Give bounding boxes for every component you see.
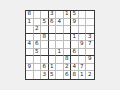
cell-r8c7[interactable]: 4 <box>71 64 79 72</box>
sudoku-board: 8315156492813469751689961247356812 <box>25 10 95 80</box>
cell-r4c6[interactable] <box>64 34 72 42</box>
cell-r3c1[interactable] <box>26 26 34 34</box>
cell-r6c8[interactable] <box>79 49 87 57</box>
cell-r2c8[interactable] <box>79 19 87 27</box>
cell-r4c5[interactable] <box>56 34 64 42</box>
cell-r7c5[interactable] <box>56 56 64 64</box>
cell-r8c2[interactable] <box>34 64 42 72</box>
cell-r5c8[interactable]: 9 <box>79 41 87 49</box>
cell-r6c3[interactable] <box>41 49 49 57</box>
cell-r8c5[interactable] <box>56 64 64 72</box>
cell-r5c3[interactable] <box>41 41 49 49</box>
cell-r4c3[interactable]: 8 <box>41 34 49 42</box>
cell-r9c8[interactable]: 1 <box>79 71 87 79</box>
cell-r8c4[interactable]: 1 <box>49 64 57 72</box>
cell-r5c4[interactable] <box>49 41 57 49</box>
cell-r9c9[interactable]: 2 <box>86 71 94 79</box>
cell-r9c2[interactable] <box>34 71 42 79</box>
cell-r6c7[interactable]: 6 <box>71 49 79 57</box>
cell-r6c1[interactable] <box>26 49 34 57</box>
cell-r2c5[interactable]: 4 <box>56 19 64 27</box>
cell-r6c2[interactable]: 5 <box>34 49 42 57</box>
cell-r1c2[interactable] <box>34 11 42 19</box>
cell-r3c4[interactable] <box>49 26 57 34</box>
cell-r2c3[interactable]: 5 <box>41 19 49 27</box>
cell-r5c1[interactable]: 4 <box>26 41 34 49</box>
cell-r7c2[interactable] <box>34 56 42 64</box>
cell-r3c5[interactable] <box>56 26 64 34</box>
cell-r3c2[interactable]: 2 <box>34 26 42 34</box>
cell-r9c1[interactable] <box>26 71 34 79</box>
cell-r4c7[interactable]: 1 <box>71 34 79 42</box>
cell-r8c3[interactable]: 6 <box>41 64 49 72</box>
cell-r2c1[interactable]: 1 <box>26 19 34 27</box>
cell-r9c4[interactable]: 5 <box>49 71 57 79</box>
cell-r2c6[interactable] <box>64 19 72 27</box>
cell-r1c9[interactable] <box>86 11 94 19</box>
cell-r1c6[interactable]: 1 <box>64 11 72 19</box>
cell-r8c6[interactable]: 2 <box>64 64 72 72</box>
cell-r6c5[interactable]: 1 <box>56 49 64 57</box>
cell-r4c4[interactable] <box>49 34 57 42</box>
cell-r9c5[interactable] <box>56 71 64 79</box>
cell-r5c9[interactable]: 7 <box>86 41 94 49</box>
cell-r3c8[interactable] <box>79 26 87 34</box>
cell-r1c8[interactable] <box>79 11 87 19</box>
cell-r8c8[interactable]: 7 <box>79 64 87 72</box>
cell-r9c6[interactable]: 6 <box>64 71 72 79</box>
cell-r2c9[interactable] <box>86 19 94 27</box>
cell-r7c9[interactable]: 9 <box>86 56 94 64</box>
page: 8315156492813469751689961247356812 <box>0 0 120 90</box>
cell-r9c3[interactable]: 3 <box>41 71 49 79</box>
cell-r8c9[interactable] <box>86 64 94 72</box>
cell-r6c4[interactable] <box>49 49 57 57</box>
cell-r3c6[interactable] <box>64 26 72 34</box>
cell-r5c6[interactable] <box>64 41 72 49</box>
cell-r2c7[interactable]: 9 <box>71 19 79 27</box>
cell-r2c4[interactable]: 6 <box>49 19 57 27</box>
cell-r8c1[interactable]: 9 <box>26 64 34 72</box>
cell-r9c7[interactable]: 8 <box>71 71 79 79</box>
